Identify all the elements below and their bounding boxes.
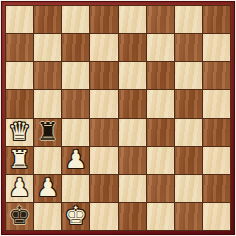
- square-g8[interactable]: [175, 6, 202, 33]
- square-e1[interactable]: [119, 203, 146, 230]
- square-a5[interactable]: [6, 90, 33, 117]
- piece-white-rook-a3[interactable]: ♜: [8, 147, 30, 172]
- square-b8[interactable]: [34, 6, 61, 33]
- square-c8[interactable]: [62, 6, 89, 33]
- square-c6[interactable]: [62, 62, 89, 89]
- square-h5[interactable]: [203, 90, 230, 117]
- piece-white-king-c1[interactable]: ♚: [65, 203, 87, 228]
- square-g1[interactable]: [175, 203, 202, 230]
- square-h4[interactable]: [203, 119, 230, 146]
- square-e5[interactable]: [119, 90, 146, 117]
- square-h3[interactable]: [203, 147, 230, 174]
- square-f5[interactable]: [147, 90, 174, 117]
- square-e4[interactable]: [119, 119, 146, 146]
- square-g4[interactable]: [175, 119, 202, 146]
- square-b1[interactable]: [34, 203, 61, 230]
- square-f1[interactable]: [147, 203, 174, 230]
- square-e7[interactable]: [119, 34, 146, 61]
- square-b3[interactable]: [34, 147, 61, 174]
- piece-white-queen-a4[interactable]: ♛: [8, 119, 30, 144]
- square-a2[interactable]: ♟: [6, 175, 33, 202]
- square-b2[interactable]: ♟: [34, 175, 61, 202]
- square-d3[interactable]: [90, 147, 117, 174]
- square-a1[interactable]: ♚: [6, 203, 33, 230]
- square-a7[interactable]: [6, 34, 33, 61]
- square-f3[interactable]: [147, 147, 174, 174]
- square-a4[interactable]: ♛: [6, 119, 33, 146]
- square-c4[interactable]: [62, 119, 89, 146]
- square-a6[interactable]: [6, 62, 33, 89]
- board-frame: ♛♜♜♟♟♟♚♚: [1, 1, 235, 235]
- piece-white-pawn-a2[interactable]: ♟: [8, 175, 30, 200]
- square-g2[interactable]: [175, 175, 202, 202]
- chess-board: ♛♜♜♟♟♟♚♚: [5, 5, 231, 231]
- square-c7[interactable]: [62, 34, 89, 61]
- square-f8[interactable]: [147, 6, 174, 33]
- square-c2[interactable]: [62, 175, 89, 202]
- square-b6[interactable]: [34, 62, 61, 89]
- square-g5[interactable]: [175, 90, 202, 117]
- square-f6[interactable]: [147, 62, 174, 89]
- square-d8[interactable]: [90, 6, 117, 33]
- square-f7[interactable]: [147, 34, 174, 61]
- square-e3[interactable]: [119, 147, 146, 174]
- square-h6[interactable]: [203, 62, 230, 89]
- square-f4[interactable]: [147, 119, 174, 146]
- piece-black-rook-b4[interactable]: ♜: [36, 119, 58, 144]
- square-b7[interactable]: [34, 34, 61, 61]
- square-a8[interactable]: [6, 6, 33, 33]
- square-c3[interactable]: ♟: [62, 147, 89, 174]
- square-b5[interactable]: [34, 90, 61, 117]
- square-h8[interactable]: [203, 6, 230, 33]
- square-f2[interactable]: [147, 175, 174, 202]
- square-d4[interactable]: [90, 119, 117, 146]
- square-a3[interactable]: ♜: [6, 147, 33, 174]
- square-c5[interactable]: [62, 90, 89, 117]
- square-c1[interactable]: ♚: [62, 203, 89, 230]
- square-d2[interactable]: [90, 175, 117, 202]
- square-d1[interactable]: [90, 203, 117, 230]
- square-e8[interactable]: [119, 6, 146, 33]
- square-h7[interactable]: [203, 34, 230, 61]
- square-g6[interactable]: [175, 62, 202, 89]
- square-d5[interactable]: [90, 90, 117, 117]
- square-h1[interactable]: [203, 203, 230, 230]
- square-g3[interactable]: [175, 147, 202, 174]
- square-e6[interactable]: [119, 62, 146, 89]
- piece-white-pawn-c3[interactable]: ♟: [65, 147, 87, 172]
- square-d6[interactable]: [90, 62, 117, 89]
- piece-black-king-a1[interactable]: ♚: [8, 203, 30, 228]
- square-g7[interactable]: [175, 34, 202, 61]
- piece-white-pawn-b2[interactable]: ♟: [36, 175, 58, 200]
- square-h2[interactable]: [203, 175, 230, 202]
- square-d7[interactable]: [90, 34, 117, 61]
- square-e2[interactable]: [119, 175, 146, 202]
- square-b4[interactable]: ♜: [34, 119, 61, 146]
